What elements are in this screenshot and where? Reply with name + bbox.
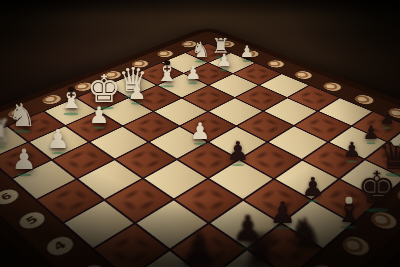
white-pawn-a2[interactable]: ♟	[240, 44, 254, 60]
photo-frame: 87654321 ♜♞♝♚♛♝♞♜♟♟♟♟♟♟♟♟♟♟♟♟♟♟♟♟♛♚♝♞♜	[0, 0, 400, 267]
pawn-glyph: ♟	[362, 123, 379, 142]
pawn-glyph: ♟	[190, 120, 211, 143]
pieces-layer: ♜♞♝♚♛♝♞♜♟♟♟♟♟♟♟♟♟♟♟♟♟♟♟♟♛♚♝♞♜	[0, 0, 400, 267]
white-pawn-e2[interactable]: ♟	[128, 82, 147, 103]
black-rook-h8[interactable]: ♜	[238, 228, 283, 267]
felt-base	[366, 208, 389, 212]
felt-base	[132, 103, 143, 105]
black-pawn-b7[interactable]: ♟	[362, 123, 379, 142]
black-pawn-a7[interactable]: ♟	[379, 110, 394, 127]
pawn-glyph: ♟	[301, 174, 324, 200]
black-pawn-c7[interactable]: ♟	[343, 140, 362, 161]
felt-base	[17, 174, 32, 177]
white-rook-h1[interactable]: ♜	[0, 115, 12, 147]
white-bishop-f1[interactable]: ♝	[58, 84, 84, 113]
black-pawn-d5[interactable]: ♟	[226, 138, 249, 164]
dark-cap	[68, 86, 74, 92]
pawn-glyph: ♟	[226, 138, 249, 164]
pawn-glyph: ♟	[343, 140, 362, 161]
pawn-glyph: ♟	[178, 226, 219, 267]
felt-base	[194, 143, 206, 145]
felt-base	[14, 130, 31, 133]
black-knight-g8[interactable]: ♞	[288, 212, 324, 252]
black-pawn-h7[interactable]: ♟	[178, 226, 219, 267]
pawn-glyph: ♟	[128, 82, 147, 103]
pawn-glyph: ♟	[379, 110, 394, 127]
felt-base	[243, 60, 251, 62]
felt-base	[383, 127, 392, 129]
white-pawn-g2[interactable]: ♟	[46, 126, 69, 152]
pawn-glyph: ♟	[11, 146, 36, 174]
white-knight-b1[interactable]: ♞	[192, 40, 211, 61]
pawn-glyph: ♟	[89, 104, 110, 127]
pawn-glyph: ♟	[216, 52, 231, 69]
white-pawn-d4[interactable]: ♟	[190, 120, 211, 143]
black-pawn-e7[interactable]: ♟	[301, 174, 324, 200]
felt-base	[93, 127, 105, 129]
felt-base	[366, 142, 376, 144]
pawn-glyph: ♟	[185, 64, 201, 82]
felt-base	[63, 113, 78, 116]
knight-glyph: ♞	[192, 40, 211, 61]
felt-base	[347, 161, 358, 163]
black-bishop-f8[interactable]: ♝	[335, 195, 364, 227]
felt-base	[188, 82, 197, 84]
cream-cap	[392, 138, 400, 146]
white-pawn-c2[interactable]: ♟	[185, 64, 201, 82]
white-pawn-h2[interactable]: ♟	[11, 146, 36, 174]
pawn-glyph: ♟	[240, 44, 254, 60]
white-bishop-c1[interactable]: ♝	[155, 58, 179, 85]
rook-glyph: ♜	[0, 115, 12, 147]
knight-glyph: ♞	[288, 212, 324, 252]
rook-glyph: ♜	[238, 228, 283, 267]
pawn-glyph: ♟	[46, 126, 69, 152]
felt-base	[341, 226, 358, 229]
white-pawn-f2[interactable]: ♟	[89, 104, 110, 127]
felt-base	[220, 69, 229, 71]
white-pawn-b2[interactable]: ♟	[216, 52, 231, 69]
